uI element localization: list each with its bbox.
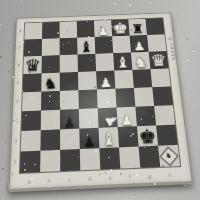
noise-speck bbox=[129, 4, 131, 6]
rank-label-1: 1 bbox=[14, 159, 17, 164]
square-e2[interactable]: ♝ bbox=[99, 127, 119, 148]
chess-board: 87654321 abcdefgh ♟♚♜♝♟♛♝♞♛♞♟♟♟♟♟♝♚♞ ◎ C… bbox=[9, 12, 193, 192]
square-d7[interactable]: ♝ bbox=[77, 37, 95, 55]
file-label-d: d bbox=[88, 176, 91, 182]
square-a3[interactable] bbox=[21, 111, 41, 131]
square-h4[interactable] bbox=[152, 86, 173, 105]
square-a7[interactable] bbox=[24, 39, 42, 57]
square-f8[interactable]: ♚ bbox=[111, 19, 129, 36]
square-h1[interactable]: ♞ bbox=[158, 145, 180, 167]
piece-white-pawn[interactable]: ♟ bbox=[96, 76, 115, 89]
piece-black-king[interactable]: ♚ bbox=[137, 126, 158, 146]
noise-speck bbox=[21, 1, 22, 2]
square-c1[interactable] bbox=[60, 149, 80, 171]
square-b5[interactable]: ♞ bbox=[41, 73, 60, 92]
noise-speck bbox=[150, 2, 152, 4]
file-label-f: f bbox=[129, 175, 131, 181]
piece-black-knight[interactable]: ♞ bbox=[41, 76, 60, 91]
square-b7[interactable] bbox=[42, 38, 60, 56]
brand-logo-icon: ◎ bbox=[167, 36, 173, 41]
noise-speck bbox=[195, 105, 196, 106]
rank-label-3: 3 bbox=[15, 118, 18, 123]
piece-white-bishop[interactable]: ♝ bbox=[99, 130, 119, 148]
piece-black-queen[interactable]: ♛ bbox=[23, 57, 41, 74]
noise-speck bbox=[185, 185, 187, 187]
file-label-a: a bbox=[27, 179, 30, 185]
square-d6[interactable] bbox=[78, 54, 97, 72]
square-f5[interactable] bbox=[114, 70, 134, 89]
square-d8[interactable] bbox=[77, 21, 95, 38]
square-a4[interactable] bbox=[22, 92, 41, 112]
rank-label-8: 8 bbox=[19, 29, 22, 33]
knight-logo-icon: ♞ bbox=[159, 146, 178, 165]
square-e7[interactable] bbox=[95, 36, 114, 53]
square-g5[interactable] bbox=[132, 69, 152, 88]
square-d4[interactable] bbox=[78, 89, 97, 109]
square-b3[interactable] bbox=[41, 110, 60, 130]
square-h6[interactable]: ♛ bbox=[149, 51, 169, 69]
noise-speck bbox=[177, 14, 178, 15]
piece-white-pawn[interactable]: ♟ bbox=[117, 112, 137, 127]
square-b8[interactable] bbox=[42, 22, 60, 39]
file-label-g: g bbox=[148, 174, 152, 180]
rank-label-7: 7 bbox=[18, 45, 21, 49]
noise-speck bbox=[195, 62, 196, 63]
square-b4[interactable] bbox=[41, 91, 60, 111]
noise-speck bbox=[197, 42, 198, 43]
rank-label-4: 4 bbox=[16, 99, 19, 104]
square-f3[interactable]: ♟ bbox=[117, 107, 137, 127]
photo-scene: 87654321 abcdefgh ♟♚♜♝♟♛♝♞♛♞♟♟♟♟♟♝♚♞ ◎ C… bbox=[0, 0, 200, 200]
square-g2[interactable]: ♚ bbox=[137, 125, 158, 146]
square-f7[interactable] bbox=[112, 36, 131, 53]
noise-speck bbox=[197, 126, 198, 127]
square-c4[interactable] bbox=[60, 90, 79, 110]
square-b1[interactable] bbox=[40, 150, 60, 172]
file-label-b: b bbox=[48, 178, 51, 184]
piece-white-knight[interactable]: ♞ bbox=[131, 55, 150, 70]
noise-speck bbox=[8, 43, 9, 44]
square-b2[interactable] bbox=[40, 129, 60, 150]
piece-white-king[interactable]: ♚ bbox=[111, 20, 129, 36]
square-e6[interactable] bbox=[95, 53, 114, 71]
file-label-h: h bbox=[168, 173, 172, 179]
square-d1[interactable] bbox=[80, 148, 101, 170]
piece-white-queen[interactable]: ♛ bbox=[149, 52, 169, 69]
square-c5[interactable] bbox=[60, 72, 79, 91]
square-h3[interactable] bbox=[154, 105, 175, 125]
piece-black-pawn[interactable]: ♟ bbox=[79, 134, 99, 149]
file-labels: abcdefgh bbox=[18, 171, 180, 186]
noise-speck bbox=[2, 168, 4, 170]
noise-speck bbox=[3, 174, 4, 175]
square-g1[interactable] bbox=[139, 146, 161, 168]
square-a8[interactable] bbox=[24, 23, 42, 40]
square-a6[interactable]: ♛ bbox=[23, 56, 41, 74]
square-c7[interactable] bbox=[60, 38, 78, 56]
brand-corner-logo: ♞ bbox=[158, 145, 180, 167]
square-g8[interactable]: ♜ bbox=[128, 19, 147, 36]
piece-white-pawn[interactable]: ♟ bbox=[130, 40, 149, 52]
brand-text: CHESS bbox=[169, 43, 176, 61]
square-f1[interactable] bbox=[119, 147, 140, 169]
square-c3[interactable]: ♟ bbox=[60, 109, 79, 129]
square-e1[interactable] bbox=[99, 147, 120, 169]
board-frame: 87654321 abcdefgh ♟♚♜♝♟♛♝♞♛♞♟♟♟♟♟♝♚♞ ◎ C… bbox=[9, 12, 193, 192]
noise-speck bbox=[0, 56, 1, 57]
noise-speck bbox=[187, 60, 189, 62]
noise-speck bbox=[0, 24, 1, 25]
rank-label-6: 6 bbox=[17, 62, 20, 66]
square-b6[interactable] bbox=[42, 55, 60, 73]
piece-white-bishop[interactable]: ♝ bbox=[113, 55, 132, 71]
square-e8[interactable]: ♟ bbox=[94, 20, 112, 37]
square-d5[interactable] bbox=[78, 71, 97, 90]
piece-black-bishop[interactable]: ♝ bbox=[77, 39, 95, 54]
square-f2[interactable] bbox=[118, 126, 139, 147]
square-f4[interactable] bbox=[115, 88, 135, 108]
noise-speck bbox=[187, 38, 189, 40]
noise-speck bbox=[185, 89, 186, 90]
square-a1[interactable] bbox=[20, 151, 40, 173]
square-g7[interactable]: ♟ bbox=[130, 35, 149, 52]
square-g3[interactable] bbox=[135, 106, 156, 126]
square-g6[interactable]: ♞ bbox=[131, 52, 150, 70]
square-a5[interactable] bbox=[23, 73, 42, 92]
rank-label-2: 2 bbox=[14, 138, 17, 143]
square-d2[interactable]: ♟ bbox=[79, 128, 99, 149]
noise-speck bbox=[193, 51, 195, 53]
square-c6[interactable] bbox=[60, 54, 78, 72]
piece-black-rook[interactable]: ♜ bbox=[129, 23, 147, 36]
square-c8[interactable] bbox=[60, 21, 78, 38]
noise-speck bbox=[5, 142, 6, 143]
noise-speck bbox=[56, 197, 57, 198]
noise-speck bbox=[8, 71, 9, 72]
piece-black-pawn[interactable]: ♟ bbox=[60, 115, 79, 130]
noise-speck bbox=[43, 13, 44, 14]
noise-speck bbox=[135, 195, 136, 196]
square-d3[interactable] bbox=[79, 108, 99, 128]
square-f6[interactable]: ♝ bbox=[113, 52, 132, 70]
square-e4[interactable] bbox=[97, 89, 117, 109]
square-c2[interactable] bbox=[60, 129, 80, 150]
square-a2[interactable] bbox=[21, 130, 41, 151]
square-h7[interactable] bbox=[147, 34, 166, 51]
square-h8[interactable] bbox=[145, 18, 164, 35]
piece-white-pawn[interactable]: ♟ bbox=[94, 25, 112, 37]
rank-label-5: 5 bbox=[17, 80, 20, 85]
file-label-e: e bbox=[109, 175, 112, 181]
square-e5[interactable]: ♟ bbox=[96, 71, 115, 90]
square-h2[interactable] bbox=[156, 125, 178, 146]
noise-speck bbox=[114, 3, 116, 5]
square-h5[interactable] bbox=[150, 68, 170, 87]
board-grid: ♟♚♜♝♟♛♝♞♛♞♟♟♟♟♟♝♚♞ bbox=[19, 17, 181, 174]
file-label-c: c bbox=[68, 177, 71, 183]
square-e3[interactable]: ♟ bbox=[98, 107, 118, 127]
square-g4[interactable] bbox=[134, 87, 154, 107]
